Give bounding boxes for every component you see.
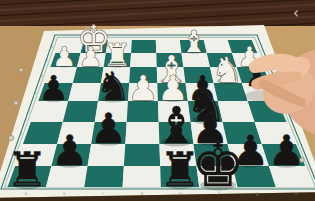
rank-label-3: 3 bbox=[20, 131, 23, 136]
square-e1 bbox=[131, 40, 156, 53]
rank-label-5: 5 bbox=[34, 90, 37, 95]
piece-bn-f4: ♞ bbox=[95, 63, 130, 109]
file-label-h: h bbox=[295, 191, 298, 196]
square-e8 bbox=[123, 166, 161, 187]
piece-bp-f6: ♟ bbox=[90, 104, 127, 153]
piece-bp-a7: ♟ bbox=[268, 126, 305, 175]
chess-board-photo: abcdefgh12345678♚♝♜♟♟♟♝♞♟♟♞♟♟♞♝♟♟♟♟♟♜♜♚♟ bbox=[0, 0, 315, 201]
square-f8 bbox=[84, 166, 124, 187]
file-label-g: g bbox=[256, 191, 259, 196]
piece-bk-c8: ♚ bbox=[191, 130, 245, 200]
chevron-left-icon[interactable]: ‹ bbox=[288, 4, 304, 22]
piece-br-h8: ♜ bbox=[6, 142, 48, 197]
chess-photo-scene: abcdefgh12345678♚♝♜♟♟♟♝♞♟♟♞♟♟♞♝♟♟♟♟♟♜♜♚♟… bbox=[0, 0, 315, 201]
piece-bp-g7: ♟ bbox=[51, 126, 88, 175]
piece-bp-h4: ♟ bbox=[38, 68, 69, 108]
rank-label-7: 7 bbox=[46, 58, 49, 63]
square-e2 bbox=[130, 53, 157, 67]
file-label-d: d bbox=[140, 191, 143, 196]
file-label-b: b bbox=[63, 191, 66, 196]
rank-label-4: 4 bbox=[27, 109, 30, 114]
